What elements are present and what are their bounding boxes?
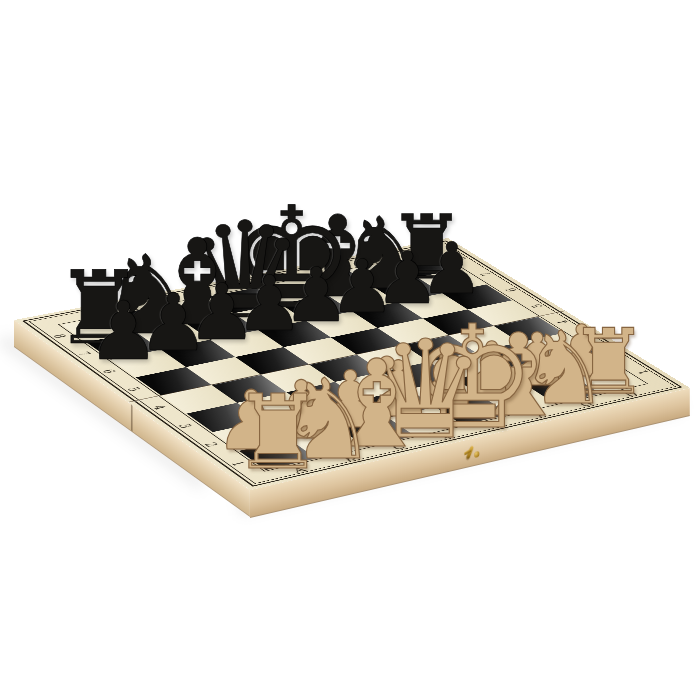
brass-latch-icon <box>463 441 483 464</box>
rank-label-right-2: 2 <box>607 352 626 358</box>
rank-label-right-1: 1 <box>634 369 653 375</box>
rank-label-right-5: 5 <box>528 303 546 309</box>
rank-label-right-3: 3 <box>580 336 598 342</box>
file-label-b: B <box>340 454 359 462</box>
rank-label-left-4: 4 <box>149 404 170 411</box>
file-label-g: G <box>577 400 595 408</box>
rank-label-right-7: 7 <box>477 271 495 276</box>
rank-label-left-3: 3 <box>175 423 196 430</box>
latch-pin <box>474 451 479 458</box>
rank-label-left-5: 5 <box>123 386 144 392</box>
rank-label-right-6: 6 <box>502 287 520 293</box>
rank-label-left-6: 6 <box>98 368 119 374</box>
file-label-h: H <box>621 390 640 398</box>
rank-label-left-8: 8 <box>49 333 69 339</box>
fold-seam-edge <box>131 404 132 431</box>
rank-label-left-1: 1 <box>227 460 248 467</box>
chess-board: 11A22B33C44D55E66F77G88H <box>14 238 690 490</box>
file-label-c: C <box>389 443 408 451</box>
file-label-e: E <box>485 421 503 429</box>
rank-label-right-8: 8 <box>452 256 470 261</box>
chess-set-photo: 11A22B33C44D55E66F77G88H ♜♞♝♛♚♝♞♜♟♟♟♟♟♟♟… <box>0 0 700 700</box>
rank-label-left-2: 2 <box>201 441 222 448</box>
rank-label-right-4: 4 <box>554 319 572 325</box>
file-label-a: A <box>290 466 309 474</box>
rank-label-left-7: 7 <box>74 351 95 357</box>
file-label-f: F <box>532 411 549 419</box>
file-label-d: D <box>438 432 457 440</box>
